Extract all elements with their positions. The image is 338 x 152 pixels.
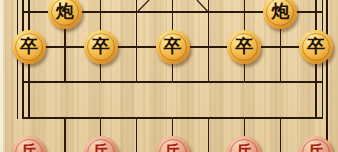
red-soldier-piece[interactable]: 兵 <box>227 136 261 152</box>
piece-character: 卒 <box>235 37 253 55</box>
red-soldier-piece[interactable]: 兵 <box>84 136 118 152</box>
black-soldier-piece[interactable]: 卒 <box>227 30 261 64</box>
piece-character: 兵 <box>92 143 110 152</box>
piece-character: 兵 <box>307 143 325 152</box>
black-cannon-piece[interactable]: 炮 <box>263 0 297 29</box>
piece-character: 兵 <box>164 143 182 152</box>
red-soldier-piece[interactable]: 兵 <box>12 136 46 152</box>
piece-character: 卒 <box>92 37 110 55</box>
black-soldier-piece[interactable]: 卒 <box>156 30 190 64</box>
piece-character: 炮 <box>271 2 289 20</box>
piece-character: 兵 <box>235 143 253 152</box>
piece-character: 卒 <box>307 37 325 55</box>
piece-character: 卒 <box>164 37 182 55</box>
red-soldier-piece[interactable]: 兵 <box>156 136 190 152</box>
xiangqi-board: 炮炮卒卒卒卒卒兵兵兵兵兵 <box>0 0 338 152</box>
black-soldier-piece[interactable]: 卒 <box>299 30 333 64</box>
red-soldier-piece[interactable]: 兵 <box>299 136 333 152</box>
black-cannon-piece[interactable]: 炮 <box>48 0 82 29</box>
piece-character: 炮 <box>56 2 74 20</box>
piece-character: 兵 <box>20 143 38 152</box>
black-soldier-piece[interactable]: 卒 <box>84 30 118 64</box>
piece-character: 卒 <box>20 37 38 55</box>
black-soldier-piece[interactable]: 卒 <box>12 30 46 64</box>
pieces-layer: 炮炮卒卒卒卒卒兵兵兵兵兵 <box>11 0 334 152</box>
